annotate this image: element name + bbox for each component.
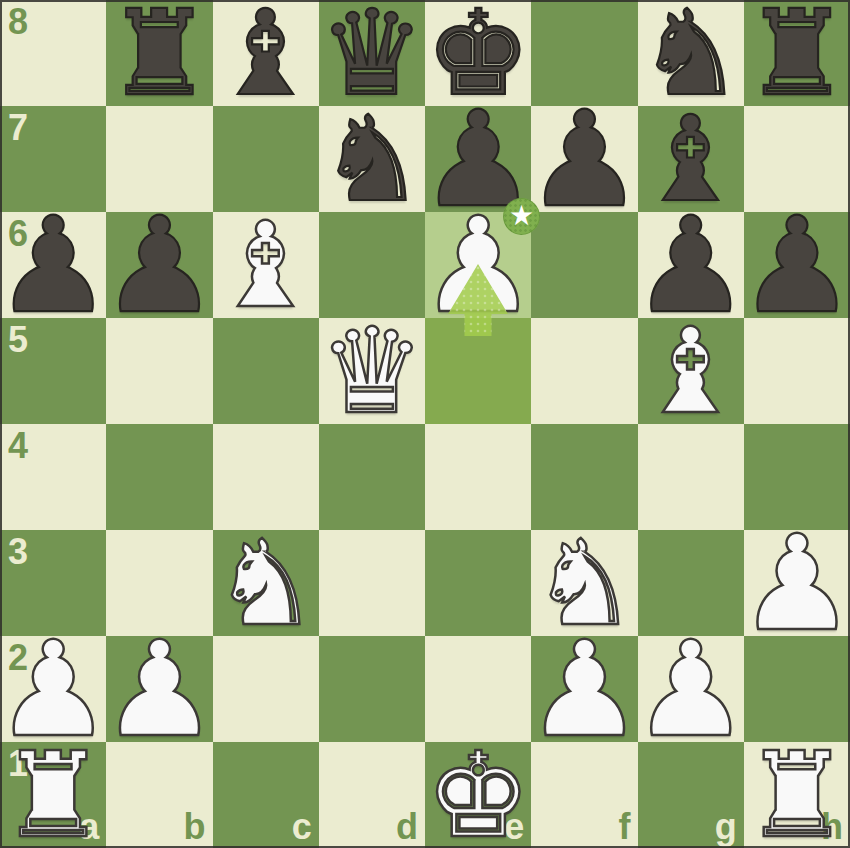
piece-black-pawn-a6[interactable]: ♟: [0, 212, 106, 318]
piece-black-pawn-h6[interactable]: ♟: [744, 212, 850, 318]
square-a4[interactable]: 4: [0, 424, 106, 530]
square-a6[interactable]: 6♟: [0, 212, 106, 318]
square-g2[interactable]: ♟: [638, 636, 744, 742]
best-move-star-badge: ★: [503, 198, 540, 235]
piece-black-pawn-b6[interactable]: ♟: [106, 212, 212, 318]
piece-black-bishop-c8[interactable]: ♝: [213, 0, 319, 106]
square-d3[interactable]: [319, 530, 425, 636]
piece-black-rook-h8[interactable]: ♜: [744, 0, 850, 106]
piece-white-rook-a1[interactable]: ♜: [0, 742, 106, 848]
file-label-c: c: [292, 809, 312, 845]
file-label-d: d: [396, 809, 418, 845]
piece-black-pawn-f7[interactable]: ♟: [531, 106, 637, 212]
piece-white-bishop-c6[interactable]: ♝: [213, 212, 319, 318]
square-c3[interactable]: ♞: [213, 530, 319, 636]
square-g5[interactable]: ♝: [638, 318, 744, 424]
square-b8[interactable]: ♜: [106, 0, 212, 106]
square-f5[interactable]: [531, 318, 637, 424]
piece-white-queen-d5[interactable]: ♛: [319, 318, 425, 424]
square-e3[interactable]: [425, 530, 531, 636]
square-h3[interactable]: ♟: [744, 530, 850, 636]
file-label-b: b: [184, 809, 206, 845]
rank-label-8: 8: [8, 4, 28, 40]
file-label-f: f: [619, 809, 631, 845]
square-h8[interactable]: ♜: [744, 0, 850, 106]
square-c8[interactable]: ♝: [213, 0, 319, 106]
square-h6[interactable]: ♟: [744, 212, 850, 318]
piece-white-rook-h1[interactable]: ♜: [744, 742, 850, 848]
rank-label-3: 3: [8, 534, 28, 570]
piece-black-knight-d7[interactable]: ♞: [319, 106, 425, 212]
square-a8[interactable]: 8: [0, 0, 106, 106]
chess-board-screenshot: 8♜♝♛♚♞♜7♞♟♟♝6♟♟♝♟♟♟5♛♝43♞♞♟2♟♟♟♟1a♜bcde♚…: [0, 0, 850, 848]
rank-label-4: 4: [8, 428, 28, 464]
square-h1[interactable]: h♜: [744, 742, 850, 848]
piece-white-pawn-h3[interactable]: ♟: [744, 530, 850, 636]
piece-white-pawn-b2[interactable]: ♟: [106, 636, 212, 742]
square-c1[interactable]: c: [213, 742, 319, 848]
square-b6[interactable]: ♟: [106, 212, 212, 318]
square-d7[interactable]: ♞: [319, 106, 425, 212]
square-f2[interactable]: ♟: [531, 636, 637, 742]
square-c6[interactable]: ♝: [213, 212, 319, 318]
square-a1[interactable]: 1a♜: [0, 742, 106, 848]
square-b2[interactable]: ♟: [106, 636, 212, 742]
square-d2[interactable]: [319, 636, 425, 742]
square-e1[interactable]: e♚: [425, 742, 531, 848]
square-b4[interactable]: [106, 424, 212, 530]
piece-white-knight-c3[interactable]: ♞: [213, 530, 319, 636]
rank-label-7: 7: [8, 110, 28, 146]
piece-white-king-e1[interactable]: ♚: [425, 742, 531, 848]
piece-white-bishop-g5[interactable]: ♝: [638, 318, 744, 424]
square-e4[interactable]: [425, 424, 531, 530]
chess-board: 8♜♝♛♚♞♜7♞♟♟♝6♟♟♝♟♟♟5♛♝43♞♞♟2♟♟♟♟1a♜bcde♚…: [0, 0, 850, 848]
square-d1[interactable]: d: [319, 742, 425, 848]
piece-white-pawn-g2[interactable]: ♟: [638, 636, 744, 742]
square-f7[interactable]: ♟: [531, 106, 637, 212]
piece-black-rook-b8[interactable]: ♜: [106, 0, 212, 106]
square-d5[interactable]: ♛: [319, 318, 425, 424]
piece-white-pawn-f2[interactable]: ♟: [531, 636, 637, 742]
file-label-g: g: [715, 809, 737, 845]
star-icon: ★: [509, 202, 534, 230]
